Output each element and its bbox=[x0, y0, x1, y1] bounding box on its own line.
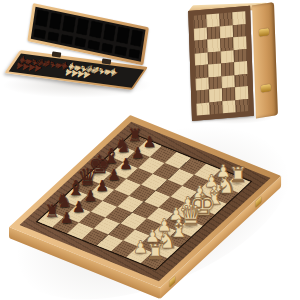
piece-slot bbox=[48, 12, 62, 30]
folded-board-square bbox=[222, 100, 235, 114]
folded-board-square bbox=[221, 50, 234, 64]
stored-light-pieces: ♜♞♝♛♚♝♞♜♟♟♟♟ bbox=[61, 60, 122, 85]
folded-board-square bbox=[220, 25, 233, 39]
folded-board-square bbox=[207, 26, 220, 40]
folded-board-square bbox=[207, 38, 220, 52]
piece-slot bbox=[129, 29, 143, 47]
folded-board-square bbox=[193, 15, 206, 29]
piece-slot bbox=[33, 28, 46, 39]
folded-board-square bbox=[235, 99, 248, 113]
folded-board-square bbox=[233, 36, 246, 50]
folded-board-square bbox=[196, 102, 209, 116]
folded-board-square bbox=[208, 63, 221, 77]
piece-slot bbox=[87, 39, 100, 50]
folded-board-square bbox=[209, 101, 222, 115]
folded-board-square bbox=[194, 27, 207, 41]
piece-slot bbox=[101, 42, 114, 53]
folded-board-square bbox=[196, 77, 209, 91]
brass-clasp-icon bbox=[261, 84, 271, 93]
folded-board-spine bbox=[252, 2, 278, 118]
piece-slot bbox=[75, 18, 89, 36]
chess-board-grid bbox=[38, 134, 251, 269]
piece-slot bbox=[35, 9, 49, 27]
folded-board-square bbox=[234, 74, 247, 88]
folded-board-square bbox=[221, 62, 234, 76]
piece-slot bbox=[47, 31, 60, 42]
folded-board-square bbox=[221, 75, 234, 89]
piece-slot bbox=[128, 48, 141, 59]
folded-board-square bbox=[206, 13, 219, 27]
piece-slot bbox=[62, 15, 76, 33]
folded-board-square bbox=[235, 86, 248, 100]
folded-board-square bbox=[196, 90, 209, 104]
chess-board-surface bbox=[9, 115, 281, 288]
stored-piece-glyph: ♟ bbox=[31, 62, 43, 73]
folded-board-square bbox=[234, 49, 247, 63]
folded-board-square bbox=[208, 51, 221, 65]
folded-board-square bbox=[209, 88, 222, 102]
folded-board-square bbox=[234, 61, 247, 75]
folded-board-face bbox=[188, 6, 254, 121]
folded-board-square bbox=[195, 52, 208, 66]
folded-board-square bbox=[195, 65, 208, 79]
stored-piece-glyph: ♟ bbox=[80, 69, 92, 80]
piece-slot bbox=[60, 34, 73, 45]
piece-slot bbox=[114, 45, 127, 56]
folded-board-square bbox=[222, 87, 235, 101]
folded-board-square bbox=[220, 37, 233, 51]
product-photo-scene[interactable]: ♜♞♝♛♚♝♞♜♟♟♟♟ ♜♞♝♛♚♝♞♜♟♟♟♟ ♜♞♝♛♚♝♞♜♟♟♟♟♟♟… bbox=[0, 0, 300, 300]
piece-slot bbox=[89, 20, 103, 38]
box-hinge-icon bbox=[52, 51, 62, 57]
brass-clasp-icon bbox=[259, 28, 269, 37]
folded-board-square bbox=[232, 11, 245, 25]
folded-board-square bbox=[194, 40, 207, 54]
box-hinge-icon bbox=[102, 58, 112, 64]
stored-piece-glyph: ♜ bbox=[108, 67, 120, 78]
piece-slot bbox=[74, 37, 87, 48]
piece-slot bbox=[102, 23, 116, 41]
folded-chess-board bbox=[186, 2, 278, 121]
folded-board-square bbox=[219, 12, 232, 26]
folded-board-square bbox=[209, 76, 222, 90]
folded-board-checker-grid bbox=[193, 11, 248, 115]
piece-slot bbox=[116, 26, 130, 44]
